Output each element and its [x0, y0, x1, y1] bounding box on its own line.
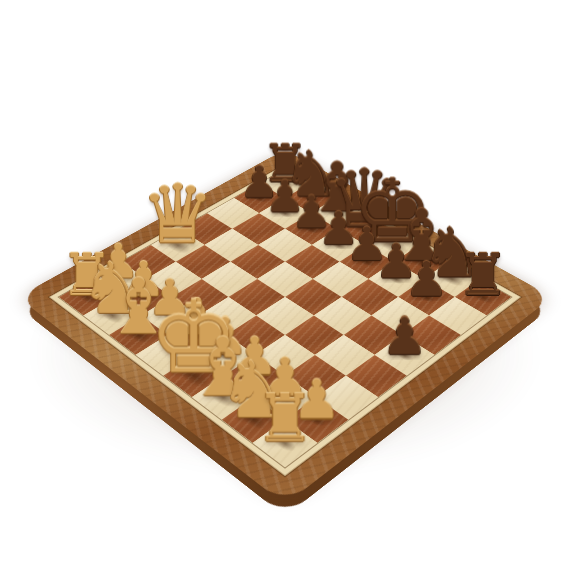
piece-white-queen-a4: ♛: [141, 173, 214, 255]
piece-white-rook-h1: ♜: [255, 385, 314, 451]
piece-black-rook-h8: ♜: [457, 246, 509, 304]
piece-black-pawn-g7: ♟: [405, 255, 448, 303]
product-photo: ♜♞♟♝♟♛♟♚♟♛♝♟♞♟♟♜♟♟♜♟♞♟♝♟♟♟♚♟♝♟♞♜: [0, 0, 570, 570]
piece-black-pawn-h5: ♟: [382, 310, 427, 361]
